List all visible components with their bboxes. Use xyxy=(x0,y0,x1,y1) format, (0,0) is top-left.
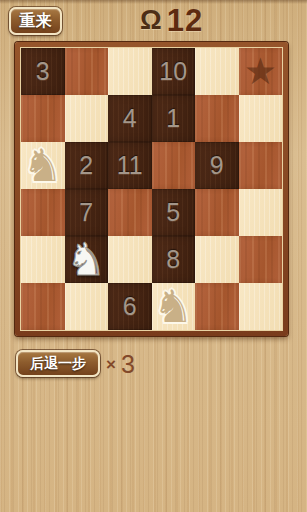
cell-r5c3[interactable] xyxy=(108,236,152,283)
cell-r5c5[interactable] xyxy=(195,236,239,283)
cell-r3c1[interactable]: ♞ xyxy=(21,142,65,189)
move-number: 9 xyxy=(210,153,224,178)
cell-r1c4[interactable]: 10 xyxy=(152,48,196,95)
move-number: 8 xyxy=(166,247,180,272)
cell-r2c1[interactable] xyxy=(21,95,65,142)
cell-r3c2[interactable]: 2 xyxy=(65,142,109,189)
cell-r1c3[interactable] xyxy=(108,48,152,95)
cell-r3c3[interactable]: 11 xyxy=(108,142,152,189)
cell-r1c6[interactable]: ★ xyxy=(239,48,283,95)
cell-r4c2[interactable]: 7 xyxy=(65,189,109,236)
move-number: 7 xyxy=(79,200,93,225)
cell-r4c4[interactable]: 5 xyxy=(152,189,196,236)
restart-button[interactable]: 重来 xyxy=(9,7,62,35)
move-counter-value: 12 xyxy=(167,5,203,36)
cell-r5c6[interactable] xyxy=(239,236,283,283)
cell-r4c1[interactable] xyxy=(21,189,65,236)
cell-r3c5[interactable]: 9 xyxy=(195,142,239,189)
move-counter: Ω 12 xyxy=(140,5,203,35)
cell-r3c6[interactable] xyxy=(239,142,283,189)
ghost-knight: ♞ xyxy=(153,284,193,329)
cell-r4c5[interactable] xyxy=(195,189,239,236)
cell-r2c2[interactable] xyxy=(65,95,109,142)
move-number: 11 xyxy=(117,153,143,178)
cell-r5c2[interactable]: ♞ xyxy=(65,236,109,283)
cell-r3c4[interactable] xyxy=(152,142,196,189)
cell-r5c1[interactable] xyxy=(21,236,65,283)
cell-r2c4[interactable]: 1 xyxy=(152,95,196,142)
cell-r1c5[interactable] xyxy=(195,48,239,95)
undo-remaining: × 3 xyxy=(106,351,135,377)
move-number: 1 xyxy=(166,106,180,131)
goal-star-icon: ★ xyxy=(244,53,277,90)
move-number: 6 xyxy=(123,294,137,319)
undo-button[interactable]: 后退一步 xyxy=(16,350,100,377)
times-icon: × xyxy=(106,356,116,373)
cell-r1c2[interactable] xyxy=(65,48,109,95)
cell-r6c1[interactable] xyxy=(21,283,65,330)
cell-r2c3[interactable]: 4 xyxy=(108,95,152,142)
horseshoe-icon: Ω xyxy=(140,7,162,34)
move-number: 2 xyxy=(79,153,93,178)
move-number: 5 xyxy=(166,200,180,225)
cell-r5c4[interactable]: 8 xyxy=(152,236,196,283)
game-board: 310★41♞211975♞86♞ xyxy=(15,42,288,336)
cell-r2c6[interactable] xyxy=(239,95,283,142)
move-number: 4 xyxy=(123,106,137,131)
undo-count: 3 xyxy=(121,352,135,377)
cell-r6c2[interactable] xyxy=(65,283,109,330)
cell-r6c5[interactable] xyxy=(195,283,239,330)
cell-r2c5[interactable] xyxy=(195,95,239,142)
app-screen: 重来 Ω 12 310★41♞211975♞86♞ 后退一步 × 3 xyxy=(0,0,307,512)
cell-r6c6[interactable] xyxy=(239,283,283,330)
cell-r1c1[interactable]: 3 xyxy=(21,48,65,95)
cell-r6c4[interactable]: ♞ xyxy=(152,283,196,330)
board-grid: 310★41♞211975♞86♞ xyxy=(21,48,282,330)
ghost-knight: ♞ xyxy=(23,143,63,188)
cell-r4c3[interactable] xyxy=(108,189,152,236)
white-knight: ♞ xyxy=(66,237,106,282)
move-number: 3 xyxy=(36,59,50,84)
cell-r4c6[interactable] xyxy=(239,189,283,236)
cell-r6c3[interactable]: 6 xyxy=(108,283,152,330)
move-number: 10 xyxy=(159,59,187,84)
